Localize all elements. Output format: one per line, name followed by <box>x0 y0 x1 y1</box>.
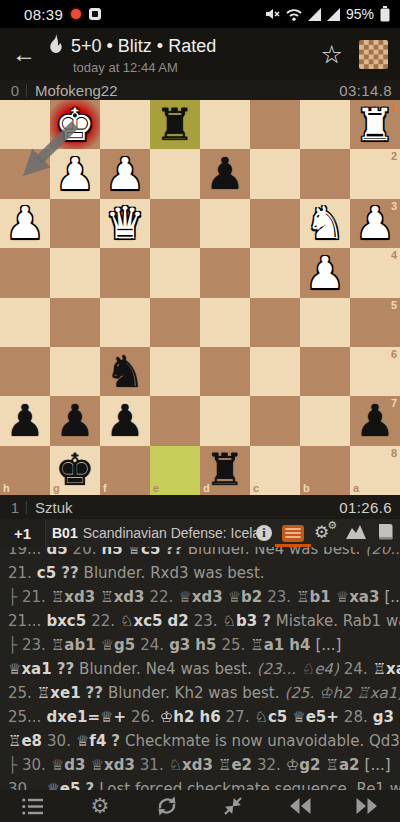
collapse-arrows-button[interactable] <box>200 790 267 822</box>
square-b2[interactable] <box>300 149 350 198</box>
move[interactable]: ♕xd3 <box>91 756 135 774</box>
move-text: 20. <box>73 547 97 558</box>
move-text: 30. <box>47 732 71 750</box>
square-h2[interactable] <box>0 149 50 198</box>
chess-board[interactable]: ♚♜♜1♟♟♟2♟♛♞♟3♟45♞6♟♟♟♟7h♚gfe♜dcb8a <box>0 100 400 495</box>
move-text: 32. <box>257 756 281 774</box>
white-pawn: ♟ <box>100 149 150 198</box>
move-list-tab-icon[interactable] <box>282 525 304 542</box>
move-text: [...] <box>365 756 391 774</box>
move[interactable]: ♖xd3 <box>100 588 144 606</box>
move-text: 21. <box>22 588 46 606</box>
mute-icon <box>265 7 280 21</box>
square-b5[interactable] <box>300 298 350 347</box>
move-text: 24. <box>344 660 368 678</box>
black-pawn: ♟ <box>0 396 50 445</box>
rank-label-5: 5 <box>391 299 397 311</box>
bookmark-star-icon[interactable]: ☆ <box>321 42 343 67</box>
rank-label-3: 3 <box>391 200 397 212</box>
black-pawn: ♟ <box>100 396 150 445</box>
lichess-game-screen: 08:39 95% ← <box>0 0 400 822</box>
move-text: 30. <box>22 756 46 774</box>
move[interactable]: ♔g2 <box>286 756 321 774</box>
move[interactable]: d5 <box>46 547 67 558</box>
square-g8[interactable]: ♚g <box>50 446 100 495</box>
move[interactable]: h4 <box>289 636 310 654</box>
move[interactable]: dxe1=♕+ <box>46 708 126 726</box>
move-text: 21... <box>8 612 41 630</box>
move-line-2: ├21.♖xd3♖xd322.♕xd3♕b223.♖b1♕xa3[...] <box>8 585 400 609</box>
annotation-comment: Blunder. Ne4 was best. <box>79 660 252 678</box>
eval-badge: +1 <box>0 519 46 547</box>
move[interactable]: h5 <box>195 636 216 654</box>
analysis-bar: +1 B01Scandinavian Defense: Icelan… i ⚙⚙ <box>0 519 400 547</box>
opening-code: B01 <box>52 525 78 541</box>
move[interactable]: ♘xc5 <box>120 612 162 630</box>
square-c2[interactable] <box>250 149 300 198</box>
square-e1[interactable]: ♜ <box>150 100 200 149</box>
black-knight: ♞ <box>100 347 150 396</box>
square-a8[interactable]: 8a <box>350 446 400 495</box>
move-line-3: 21...bxc522.♘xc5d223.♘b3?Mistake. Rab1 w… <box>8 609 400 633</box>
square-a6[interactable]: 6 <box>350 347 400 396</box>
square-h6[interactable] <box>0 347 50 396</box>
annotation-comment: Lost forced checkmate sequence. Re1 was … <box>99 780 400 790</box>
signal-icon-1 <box>308 8 321 21</box>
square-f4[interactable] <box>100 248 150 297</box>
rank-label-2: 2 <box>391 150 397 162</box>
square-c3[interactable] <box>250 199 300 248</box>
square-g4[interactable] <box>50 248 100 297</box>
white-pawn: ♟ <box>300 248 350 297</box>
square-g5[interactable] <box>50 298 100 347</box>
move-text: [...] <box>384 588 400 606</box>
game-title: 5+0 • Blitz • Rated <box>71 36 216 57</box>
rank-label-1: 1 <box>391 101 397 113</box>
flip-board-button[interactable] <box>133 790 200 822</box>
white-pawn: ♟ <box>0 199 50 248</box>
move[interactable]: ♕d3 <box>51 756 86 774</box>
square-b1[interactable] <box>300 100 350 149</box>
move[interactable]: ♕c5 <box>128 547 161 558</box>
move-text: ?? <box>57 660 74 678</box>
status-bar: 08:39 95% <box>0 0 400 28</box>
move-text: 31. <box>140 756 164 774</box>
square-b4[interactable]: ♟ <box>300 248 350 297</box>
move[interactable]: ♖ab1 <box>51 636 96 654</box>
move[interactable]: ♖e8 <box>8 732 42 750</box>
move-text: ? <box>85 780 94 790</box>
move-line-4: ├23.♖ab1♕g524.g3h525.♖a1h4[...] <box>8 633 400 657</box>
square-d6[interactable] <box>200 347 250 396</box>
move-text: ?? <box>86 684 103 702</box>
move[interactable]: ♕f4 <box>76 732 106 750</box>
move-text: 23. <box>194 612 218 630</box>
move-text: 23. <box>267 588 291 606</box>
move[interactable]: ♖a2 <box>326 756 360 774</box>
move[interactable]: ♕e5 <box>46 780 80 790</box>
rank-label-7: 7 <box>391 397 397 409</box>
move-text: ? <box>111 732 120 750</box>
white-knight: ♞ <box>300 199 350 248</box>
move[interactable]: ♘xd3 <box>169 756 213 774</box>
rank-label-4: 4 <box>391 249 397 261</box>
black-rook: ♜ <box>150 100 200 149</box>
square-e6[interactable] <box>150 347 200 396</box>
move-line-0: 19...d520.h5♕c5??Blunder. Ne4 was best.(… <box>8 547 400 561</box>
square-d3[interactable] <box>200 199 250 248</box>
file-label-c: c <box>253 482 259 494</box>
info-icon[interactable]: i <box>256 525 272 541</box>
game-date: today at 12:44 AM <box>73 60 216 75</box>
square-a2[interactable]: 2 <box>350 149 400 198</box>
backward-button[interactable] <box>267 790 334 822</box>
annotation-comment: Blunder. Rxd3 was best. <box>84 564 265 582</box>
square-f1[interactable] <box>100 100 150 149</box>
square-a7[interactable]: ♟7 <box>350 396 400 445</box>
move-text: (25. ♔h2 ♖xa1) <box>284 684 400 702</box>
variation-bracket: ├ <box>8 636 17 654</box>
square-c7[interactable] <box>250 396 300 445</box>
move-text: ?? <box>61 564 78 582</box>
move-text: 28. <box>344 708 368 726</box>
square-f2[interactable]: ♟ <box>100 149 150 198</box>
recording-icon <box>71 9 81 19</box>
move[interactable]: g3 <box>373 708 394 726</box>
square-a4[interactable]: 4 <box>350 248 400 297</box>
move-text: 21. <box>8 564 32 582</box>
square-d7[interactable] <box>200 396 250 445</box>
move[interactable]: ♖xa1 <box>373 660 400 678</box>
engine-settings-icon[interactable]: ⚙⚙ <box>314 523 336 543</box>
move[interactable]: ♘b3 <box>223 612 258 630</box>
move-text: 23. <box>22 636 46 654</box>
move[interactable]: ♕g5 <box>101 636 136 654</box>
rank-label-6: 6 <box>391 348 397 360</box>
file-label-b: b <box>303 482 310 494</box>
square-c1[interactable] <box>250 100 300 149</box>
back-button[interactable]: ← <box>12 42 46 66</box>
square-f5[interactable] <box>100 298 150 347</box>
forward-button[interactable] <box>333 790 400 822</box>
square-b7[interactable] <box>300 396 350 445</box>
annotation-comment: Blunder. Kh2 was best. <box>108 684 279 702</box>
move-text: [...] <box>315 636 341 654</box>
divider <box>26 501 27 514</box>
move[interactable]: ♖a1 <box>250 636 284 654</box>
square-b8[interactable]: b <box>300 446 350 495</box>
white-pawn: ♟ <box>50 149 100 198</box>
square-b6[interactable] <box>300 347 350 396</box>
square-e7[interactable] <box>150 396 200 445</box>
move[interactable]: ♖b1 <box>296 588 331 606</box>
wifi-icon <box>286 8 302 21</box>
annotation-comment: Blunder. Ne4 was best. <box>188 547 361 558</box>
move-text: 25. <box>221 636 245 654</box>
score-bottom: 1 <box>8 499 22 516</box>
move-text: 22. <box>91 612 115 630</box>
player-row-bottom: 1 Sztuk 01:26.6 <box>0 495 400 519</box>
square-e5[interactable] <box>150 298 200 347</box>
menu-list-button[interactable] <box>0 790 67 822</box>
square-c4[interactable] <box>250 248 300 297</box>
square-d4[interactable] <box>200 248 250 297</box>
move-line-1: 21.c5??Blunder. Rxd3 was best. <box>8 561 400 585</box>
file-label-g: g <box>53 482 60 494</box>
move[interactable]: ♕xa3 <box>336 588 380 606</box>
opening-book-icon[interactable] <box>376 523 394 544</box>
file-label-a: a <box>353 482 359 494</box>
move-line-6: 25.♖xe1??Blunder. Kh2 was best.(25. ♔h2 … <box>8 681 400 705</box>
square-d2[interactable]: ♟ <box>200 149 250 198</box>
square-g7[interactable]: ♟ <box>50 396 100 445</box>
game-header: ← 5+0 • Blitz • Rated today at 12:44 AM … <box>0 28 400 80</box>
move[interactable]: d2 <box>167 612 188 630</box>
annotation-comment: Mistake. Rab1 was best. <box>276 612 400 630</box>
clock-bottom: 01:26.6 <box>339 499 392 516</box>
square-h4[interactable] <box>0 248 50 297</box>
square-h3[interactable]: ♟ <box>0 199 50 248</box>
white-king: ♚ <box>50 100 100 149</box>
square-e8[interactable]: e <box>150 446 200 495</box>
blitz-flame-icon <box>46 33 64 59</box>
move[interactable]: h5 <box>101 547 122 558</box>
move-line-9: ├30.♕d3♕xd331.♘xd3♖e232.♔g2♖a2[...] <box>8 753 400 777</box>
square-h8[interactable]: h <box>0 446 50 495</box>
square-e2[interactable] <box>150 149 200 198</box>
square-c5[interactable] <box>250 298 300 347</box>
file-label-h: h <box>3 482 10 494</box>
player-name-bottom[interactable]: Sztuk <box>35 499 73 516</box>
bottom-toolbar: ⚙ <box>0 790 400 822</box>
move[interactable]: ♔h2 <box>160 708 195 726</box>
analysis-chart-icon[interactable] <box>346 523 366 543</box>
move-list[interactable]: 19...d520.h5♕c5??Blunder. Ne4 was best.(… <box>0 547 400 790</box>
move[interactable]: ♖xe1 <box>37 684 81 702</box>
annotation-comment: Checkmate is now unavoidable. Qd3 was be… <box>125 732 400 750</box>
move-line-8: ♖e830.♕f4?Checkmate is now unavoidable. … <box>8 729 400 753</box>
square-h7[interactable]: ♟ <box>0 396 50 445</box>
move[interactable]: c5 <box>37 564 56 582</box>
square-d5[interactable] <box>200 298 250 347</box>
black-pawn: ♟ <box>200 149 250 198</box>
player-row-top: 0 Mofokeng22 03:14.8 <box>0 80 400 100</box>
move-text: 30... <box>8 780 41 790</box>
square-f7[interactable]: ♟ <box>100 396 150 445</box>
move[interactable]: h6 <box>199 708 220 726</box>
square-g6[interactable] <box>50 347 100 396</box>
active-tab-underline <box>275 544 311 547</box>
board-thumbnail-icon[interactable] <box>359 40 388 69</box>
move[interactable]: ♘c5 <box>254 708 287 726</box>
square-c8[interactable]: c <box>250 446 300 495</box>
move[interactable]: bxc5 <box>46 612 86 630</box>
file-label-e: e <box>153 482 159 494</box>
battery-percent: 95% <box>346 6 374 22</box>
move-text: (20... ♘e4 21. c5) <box>365 547 400 558</box>
square-g1[interactable]: ♚ <box>50 100 100 149</box>
square-g3[interactable] <box>50 199 100 248</box>
square-g2[interactable]: ♟ <box>50 149 100 198</box>
square-a3[interactable]: ♟3 <box>350 199 400 248</box>
move-text: 25. <box>8 684 32 702</box>
move-line-5: ♕xa1??Blunder. Ne4 was best.(23... ♘e4)2… <box>8 657 400 681</box>
square-a1[interactable]: ♜1 <box>350 100 400 149</box>
move-text: 27. <box>226 708 250 726</box>
move[interactable]: ♕b2 <box>228 588 263 606</box>
move-text: ?? <box>165 547 182 558</box>
divider <box>26 84 27 97</box>
move[interactable]: ♕e5+ <box>292 708 339 726</box>
move[interactable]: ♕xa1 <box>8 660 52 678</box>
signal-icon-2 <box>327 8 340 21</box>
opening-name: Scandinavian Defense: Icelan… <box>83 525 256 541</box>
score-top: 0 <box>8 82 22 99</box>
square-d1[interactable] <box>200 100 250 149</box>
move-text: 19... <box>8 547 41 558</box>
square-d8[interactable]: ♜d <box>200 446 250 495</box>
square-e4[interactable] <box>150 248 200 297</box>
square-a5[interactable]: 5 <box>350 298 400 347</box>
white-queen: ♛ <box>100 199 150 248</box>
settings-button[interactable]: ⚙ <box>67 790 134 822</box>
file-label-f: f <box>103 482 107 494</box>
move[interactable]: ♖xd3 <box>51 588 95 606</box>
move-text: 26. <box>131 708 155 726</box>
square-e3[interactable] <box>150 199 200 248</box>
square-h5[interactable] <box>0 298 50 347</box>
square-f8[interactable]: f <box>100 446 150 495</box>
variation-bracket: ├ <box>8 588 17 606</box>
move-text: ? <box>262 612 271 630</box>
move-text: 24. <box>140 636 164 654</box>
square-f3[interactable]: ♛ <box>100 199 150 248</box>
clock-time: 08:39 <box>24 6 63 23</box>
file-label-d: d <box>203 482 210 494</box>
square-b3[interactable]: ♞ <box>300 199 350 248</box>
move-line-10: 30...♕e5?Lost forced checkmate sequence.… <box>8 777 400 790</box>
player-name-top[interactable]: Mofokeng22 <box>35 82 118 99</box>
rank-label-8: 8 <box>391 447 397 459</box>
battery-icon <box>380 6 390 22</box>
move[interactable]: ♖e2 <box>218 756 252 774</box>
square-c6[interactable] <box>250 347 300 396</box>
move-text: 22. <box>149 588 173 606</box>
move-text: 25... <box>8 708 41 726</box>
move[interactable]: ♕xd3 <box>178 588 222 606</box>
move[interactable]: g3 <box>169 636 190 654</box>
square-f6[interactable]: ♞ <box>100 347 150 396</box>
variation-bracket: ├ <box>8 756 17 774</box>
move-text: (23... ♘e4) <box>257 660 339 678</box>
black-pawn: ♟ <box>50 396 100 445</box>
move-line-7: 25...dxe1=♕+26.♔h2h627.♘c5♕e5+28.g3♕d529… <box>8 705 400 729</box>
square-h1[interactable] <box>0 100 50 149</box>
screen-capture-icon <box>89 8 101 20</box>
clock-top: 03:14.8 <box>339 82 392 99</box>
